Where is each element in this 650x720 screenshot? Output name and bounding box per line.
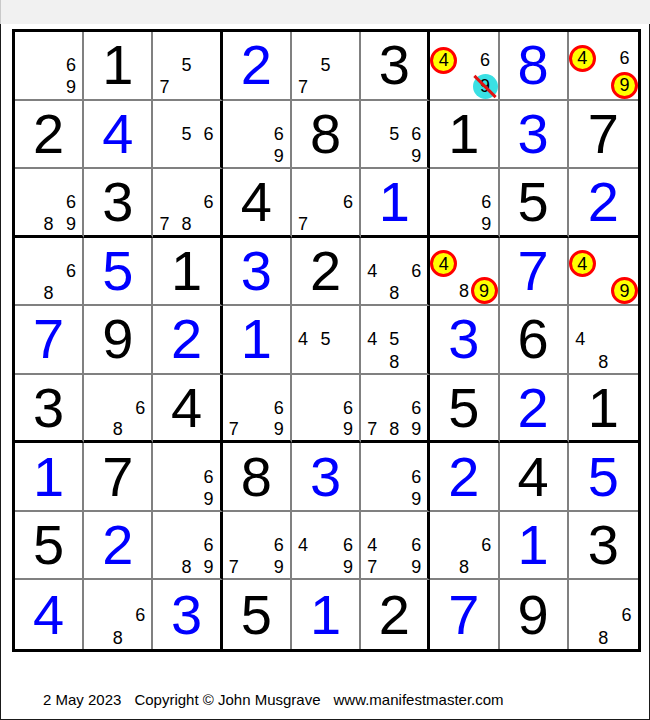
cell-r2c7[interactable]: 1 <box>430 101 499 170</box>
cell-r5c2[interactable]: 9 <box>84 306 153 375</box>
cell-r2c9[interactable]: 7 <box>569 101 638 170</box>
candidate-slot-8: 8 <box>107 418 129 440</box>
candidate-5: 5 <box>320 330 330 348</box>
candidate-slot-6 <box>471 250 498 277</box>
cell-r1c1[interactable]: 69 <box>15 32 84 101</box>
cell-r3c7[interactable]: 69 <box>430 169 499 238</box>
candidate-slot-6 <box>337 328 359 350</box>
cell-r7c9[interactable]: 5 <box>569 443 638 512</box>
candidate-slot-7: 7 <box>153 76 175 98</box>
candidate-slot-3 <box>475 512 497 534</box>
cell-value: 7 <box>500 238 567 305</box>
candidate-slot-2 <box>596 238 611 251</box>
candidate-slot-3 <box>337 375 359 397</box>
candidate-slot-7 <box>153 488 175 510</box>
candidate-slot-7 <box>569 277 596 304</box>
cell-r6c1[interactable]: 3 <box>15 375 84 444</box>
candidate-slot-1 <box>223 375 245 397</box>
candidate-slot-8 <box>314 556 336 578</box>
candidate-slot-1 <box>569 580 592 603</box>
cell-value: 2 <box>292 238 359 305</box>
candidate-slot-1 <box>430 512 452 534</box>
cell-r2c6[interactable]: 569 <box>361 101 430 170</box>
cell-r8c1[interactable]: 5 <box>15 512 84 581</box>
candidate-slot-2 <box>107 375 129 397</box>
candidate-5: 5 <box>182 56 192 74</box>
candidate-5: 5 <box>389 330 399 348</box>
cell-r6c7[interactable]: 5 <box>430 375 499 444</box>
candidate-slot-1 <box>84 580 106 603</box>
candidate-slot-2 <box>383 101 405 123</box>
candidate-8: 8 <box>459 558 469 576</box>
candidate-grid: 45 <box>292 306 359 373</box>
candidate-slot-5 <box>383 260 405 282</box>
candidate-slot-5 <box>457 250 470 277</box>
candidate-slot-3 <box>198 101 220 123</box>
cell-r6c5[interactable]: 69 <box>292 375 361 444</box>
candidate-slot-1 <box>153 101 175 123</box>
cell-r7c4[interactable]: 8 <box>223 443 292 512</box>
candidate-slot-9 <box>337 76 359 98</box>
candidate-slot-3 <box>475 169 497 191</box>
cell-r6c8[interactable]: 2 <box>500 375 569 444</box>
cell-r7c5[interactable]: 3 <box>292 443 361 512</box>
cell-r1c7[interactable]: 469 <box>430 32 499 101</box>
candidate-slot-5 <box>176 534 198 556</box>
candidate-slot-7 <box>361 488 383 510</box>
candidate-slot-7 <box>361 282 383 304</box>
cell-r1c3[interactable]: 57 <box>153 32 222 101</box>
candidate-slot-3 <box>60 169 82 191</box>
candidate-9: 9 <box>274 558 284 576</box>
candidate-slot-4 <box>430 191 452 213</box>
candidate-9: 9 <box>473 74 498 99</box>
cell-r7c6[interactable]: 69 <box>361 443 430 512</box>
candidate-slot-4 <box>292 397 314 419</box>
candidate-slot-3 <box>129 375 151 397</box>
cell-r8c9[interactable]: 3 <box>569 512 638 581</box>
cell-value: 5 <box>15 512 82 579</box>
cell-r9c4[interactable]: 5 <box>223 580 292 649</box>
cell-value: 9 <box>500 580 567 649</box>
candidate-grid: 57 <box>153 32 219 99</box>
candidate-slot-4: 4 <box>361 534 383 556</box>
cell-value: 5 <box>500 169 567 235</box>
candidate-slot-3 <box>615 306 638 328</box>
cell-r2c1[interactable]: 2 <box>15 101 84 170</box>
cell-r6c2[interactable]: 68 <box>84 375 153 444</box>
candidate-slot-6: 6 <box>337 191 359 213</box>
candidate-9: 9 <box>411 147 421 165</box>
candidate-grid: 679 <box>223 375 290 441</box>
cell-r5c8[interactable]: 6 <box>500 306 569 375</box>
cell-r1c4[interactable]: 2 <box>223 32 292 101</box>
cell-r9c9[interactable]: 68 <box>569 580 638 649</box>
cell-r4c3[interactable]: 1 <box>153 238 222 307</box>
candidate-8: 8 <box>44 284 54 302</box>
cell-r4c4[interactable]: 3 <box>223 238 292 307</box>
candidate-slot-4 <box>15 191 37 213</box>
cell-r9c6[interactable]: 2 <box>361 580 430 649</box>
candidate-9: 9 <box>66 78 76 96</box>
cell-value: 1 <box>500 512 567 579</box>
candidate-slot-7: 7 <box>223 556 245 578</box>
candidate-slot-2 <box>176 169 198 191</box>
candidate-6: 6 <box>135 606 145 624</box>
candidate-slot-1 <box>153 512 175 534</box>
cell-r7c2[interactable]: 7 <box>84 443 153 512</box>
candidate-grid: 68 <box>84 580 151 649</box>
candidate-slot-2 <box>176 443 198 465</box>
candidate-8: 8 <box>389 284 399 302</box>
candidate-grid: 56 <box>153 101 219 168</box>
candidate-slot-9 <box>129 418 151 440</box>
candidate-slot-8: 8 <box>383 282 405 304</box>
candidate-slot-4: 4 <box>430 250 457 277</box>
cell-r8c6[interactable]: 4679 <box>361 512 430 581</box>
cell-value: 3 <box>153 580 219 649</box>
candidate-grid: 489 <box>430 238 497 305</box>
candidate-slot-3 <box>198 443 220 465</box>
cell-r6c9[interactable]: 1 <box>569 375 638 444</box>
cell-r5c4[interactable]: 1 <box>223 306 292 375</box>
candidate-slot-5 <box>383 397 405 419</box>
cell-r9c3[interactable]: 3 <box>153 580 222 649</box>
cell-r8c8[interactable]: 1 <box>500 512 569 581</box>
candidate-slot-5 <box>383 534 405 556</box>
cell-r9c7[interactable]: 7 <box>430 580 499 649</box>
candidate-slot-6: 6 <box>129 397 151 419</box>
cell-r5c1[interactable]: 7 <box>15 306 84 375</box>
cell-value: 3 <box>223 238 290 305</box>
candidate-slot-4: 4 <box>292 328 314 350</box>
cell-r4c6[interactable]: 468 <box>361 238 430 307</box>
candidate-slot-4: 4 <box>361 328 383 350</box>
sudoku-board: 6915725734698469245669856913768936784671… <box>12 29 641 652</box>
cell-r5c6[interactable]: 458 <box>361 306 430 375</box>
candidate-8: 8 <box>182 558 192 576</box>
cell-r9c2[interactable]: 68 <box>84 580 153 649</box>
footer-date: 2 May 2023 <box>43 691 121 708</box>
cell-r7c8[interactable]: 4 <box>500 443 569 512</box>
cell-r3c3[interactable]: 678 <box>153 169 222 238</box>
candidate-slot-6: 6 <box>198 534 220 556</box>
candidate-8: 8 <box>113 420 123 438</box>
cell-r6c6[interactable]: 6789 <box>361 375 430 444</box>
cell-r9c8[interactable]: 9 <box>500 580 569 649</box>
candidate-4: 4 <box>298 536 308 554</box>
cell-r8c5[interactable]: 469 <box>292 512 361 581</box>
candidate-slot-2 <box>37 238 59 260</box>
cell-r4c7[interactable]: 489 <box>430 238 499 307</box>
candidate-slot-2 <box>592 580 615 603</box>
cell-r3c9[interactable]: 2 <box>569 169 638 238</box>
candidate-7: 7 <box>298 215 308 233</box>
cell-value: 4 <box>223 169 290 235</box>
candidate-grid: 469 <box>292 512 359 579</box>
candidate-slot-6: 6 <box>405 397 427 419</box>
cell-r3c4[interactable]: 4 <box>223 169 292 238</box>
candidate-slot-7 <box>15 213 37 235</box>
candidate-slot-5 <box>107 603 129 626</box>
candidate-9: 9 <box>611 277 638 304</box>
candidate-slot-1 <box>430 169 452 191</box>
candidate-4: 4 <box>569 45 596 72</box>
candidate-slot-1 <box>292 512 314 534</box>
candidate-5: 5 <box>389 125 399 143</box>
cell-r1c9[interactable]: 469 <box>569 32 638 101</box>
candidate-slot-6: 6 <box>337 397 359 419</box>
cell-r8c3[interactable]: 689 <box>153 512 222 581</box>
candidate-4: 4 <box>298 330 308 348</box>
candidate-grid: 679 <box>223 512 290 579</box>
candidate-slot-4 <box>15 260 37 282</box>
cell-value: 3 <box>569 512 638 579</box>
cell-r6c3[interactable]: 4 <box>153 375 222 444</box>
candidate-grid: 57 <box>292 32 359 99</box>
candidate-9: 9 <box>343 558 353 576</box>
cell-r3c5[interactable]: 67 <box>292 169 361 238</box>
candidate-slot-8 <box>176 488 198 510</box>
candidate-slot-9 <box>198 213 220 235</box>
candidate-slot-6: 6 <box>405 123 427 145</box>
candidate-8: 8 <box>598 353 608 371</box>
cell-r2c5[interactable]: 8 <box>292 101 361 170</box>
candidate-slot-9: 9 <box>405 418 427 440</box>
candidate-slot-9 <box>337 351 359 373</box>
cell-value: 8 <box>223 443 290 510</box>
cell-r1c5[interactable]: 57 <box>292 32 361 101</box>
candidate-slot-3 <box>405 101 427 123</box>
candidate-8: 8 <box>113 629 123 647</box>
candidate-slot-8 <box>314 351 336 373</box>
candidate-7: 7 <box>159 215 169 233</box>
cell-r3c8[interactable]: 5 <box>500 169 569 238</box>
candidate-slot-9 <box>615 626 638 649</box>
candidate-grid: 67 <box>292 169 359 235</box>
candidate-slot-6: 6 <box>473 47 498 74</box>
candidate-slot-7: 7 <box>292 213 314 235</box>
cell-value: 1 <box>292 580 359 649</box>
candidate-slot-9 <box>615 351 638 373</box>
candidate-slot-8: 8 <box>383 418 405 440</box>
candidate-slot-3 <box>611 32 638 45</box>
candidate-slot-3 <box>198 32 220 54</box>
candidate-slot-4 <box>569 603 592 626</box>
candidate-7: 7 <box>159 78 169 96</box>
candidate-slot-8 <box>245 556 267 578</box>
candidate-slot-2 <box>245 512 267 534</box>
candidate-slot-9 <box>337 213 359 235</box>
candidate-slot-2 <box>314 375 336 397</box>
candidate-slot-3 <box>405 306 427 328</box>
cell-value: 1 <box>430 101 497 168</box>
candidate-grid: 68 <box>15 238 82 305</box>
cell-r3c2[interactable]: 3 <box>84 169 153 238</box>
candidate-slot-4: 4 <box>361 260 383 282</box>
candidate-grid: 469 <box>569 32 638 99</box>
candidate-slot-8: 8 <box>592 626 615 649</box>
cell-r5c3[interactable]: 2 <box>153 306 222 375</box>
cell-r5c7[interactable]: 3 <box>430 306 499 375</box>
candidate-slot-2 <box>245 375 267 397</box>
cell-r2c2[interactable]: 4 <box>84 101 153 170</box>
cell-r5c9[interactable]: 48 <box>569 306 638 375</box>
candidate-slot-1 <box>430 32 457 47</box>
candidate-slot-4 <box>15 54 37 76</box>
cell-r3c6[interactable]: 1 <box>361 169 430 238</box>
candidate-slot-1 <box>569 306 592 328</box>
candidate-slot-1 <box>292 375 314 397</box>
candidate-slot-9 <box>60 282 82 304</box>
candidate-slot-8: 8 <box>37 213 59 235</box>
cell-r4c8[interactable]: 7 <box>500 238 569 307</box>
cell-r2c3[interactable]: 56 <box>153 101 222 170</box>
cell-r7c1[interactable]: 1 <box>15 443 84 512</box>
candidate-slot-8 <box>176 76 198 98</box>
cell-r9c1[interactable]: 4 <box>15 580 84 649</box>
candidate-slot-6 <box>611 250 638 277</box>
cell-r8c4[interactable]: 679 <box>223 512 292 581</box>
cell-r2c8[interactable]: 3 <box>500 101 569 170</box>
cell-r5c5[interactable]: 45 <box>292 306 361 375</box>
candidate-slot-8 <box>314 418 336 440</box>
candidate-slot-7 <box>84 418 106 440</box>
candidate-slot-7: 7 <box>361 418 383 440</box>
candidate-slot-9 <box>475 556 497 578</box>
cell-value: 1 <box>15 443 82 510</box>
candidate-slot-4: 4 <box>569 250 596 277</box>
candidate-slot-9: 9 <box>337 418 359 440</box>
candidate-5: 5 <box>182 125 192 143</box>
cell-value: 7 <box>84 443 151 510</box>
candidate-slot-6: 6 <box>129 603 151 626</box>
candidate-slot-6: 6 <box>198 191 220 213</box>
candidate-slot-2 <box>314 32 336 54</box>
candidate-slot-2 <box>453 169 475 191</box>
footer: 2 May 2023 Copyright © John Musgrave www… <box>43 691 504 708</box>
candidate-slot-2 <box>596 32 611 45</box>
cell-value: 6 <box>500 306 567 373</box>
candidate-slot-1 <box>361 375 383 397</box>
candidate-6: 6 <box>621 606 631 624</box>
candidate-6: 6 <box>66 262 76 280</box>
candidate-9: 9 <box>204 490 214 508</box>
candidate-4: 4 <box>367 262 377 280</box>
candidate-grid: 49 <box>569 238 638 305</box>
candidate-grid: 468 <box>361 238 427 305</box>
cell-r4c9[interactable]: 49 <box>569 238 638 307</box>
candidate-slot-7: 7 <box>292 76 314 98</box>
candidate-slot-5 <box>245 534 267 556</box>
candidate-9: 9 <box>274 147 284 165</box>
cell-value: 8 <box>500 32 567 99</box>
candidate-slot-1 <box>15 238 37 260</box>
candidate-slot-2 <box>176 32 198 54</box>
cell-value: 5 <box>569 443 638 510</box>
cell-r8c7[interactable]: 68 <box>430 512 499 581</box>
candidate-slot-3 <box>198 169 220 191</box>
candidate-slot-7 <box>430 74 457 99</box>
candidate-slot-4 <box>361 466 383 488</box>
candidate-slot-7 <box>153 556 175 578</box>
candidate-slot-1 <box>430 238 457 251</box>
candidate-8: 8 <box>44 215 54 233</box>
candidate-slot-7 <box>223 145 245 167</box>
candidate-slot-9: 9 <box>267 418 289 440</box>
candidate-7: 7 <box>298 78 308 96</box>
candidate-slot-6: 6 <box>405 534 427 556</box>
candidate-9: 9 <box>611 72 638 99</box>
cell-r7c3[interactable]: 69 <box>153 443 222 512</box>
candidate-slot-6 <box>337 54 359 76</box>
cell-r6c4[interactable]: 679 <box>223 375 292 444</box>
candidate-slot-3 <box>129 580 151 603</box>
candidate-slot-5 <box>176 466 198 488</box>
candidate-6: 6 <box>135 399 145 417</box>
candidate-6: 6 <box>204 536 214 554</box>
candidate-slot-9: 9 <box>405 145 427 167</box>
candidate-slot-5 <box>314 191 336 213</box>
candidate-6: 6 <box>204 125 214 143</box>
candidate-slot-5 <box>592 328 615 350</box>
candidate-4: 4 <box>367 330 377 348</box>
candidate-slot-2 <box>314 169 336 191</box>
cell-r2c4[interactable]: 69 <box>223 101 292 170</box>
candidate-slot-7 <box>361 145 383 167</box>
candidate-6: 6 <box>274 536 284 554</box>
candidate-slot-7 <box>569 72 596 99</box>
candidate-slot-8: 8 <box>457 277 470 304</box>
candidate-slot-1 <box>361 238 383 260</box>
candidate-slot-6: 6 <box>198 466 220 488</box>
cell-r8c2[interactable]: 2 <box>84 512 153 581</box>
candidate-slot-8: 8 <box>37 282 59 304</box>
candidate-slot-4: 4 <box>430 47 457 74</box>
candidate-slot-6: 6 <box>337 534 359 556</box>
candidate-slot-8: 8 <box>176 556 198 578</box>
candidate-8: 8 <box>389 353 399 371</box>
candidate-slot-7 <box>430 556 452 578</box>
top-strip <box>0 0 650 24</box>
candidate-slot-7 <box>15 76 37 98</box>
candidate-slot-6: 6 <box>60 54 82 76</box>
candidate-8: 8 <box>598 629 608 647</box>
cell-r7c7[interactable]: 2 <box>430 443 499 512</box>
candidate-slot-2 <box>37 32 59 54</box>
cell-value: 2 <box>430 443 497 510</box>
candidate-slot-5 <box>383 466 405 488</box>
candidate-slot-4: 4 <box>569 45 596 72</box>
candidate-slot-5 <box>245 123 267 145</box>
candidate-slot-5 <box>37 260 59 282</box>
candidate-grid: 68 <box>84 375 151 441</box>
cell-r1c8[interactable]: 8 <box>500 32 569 101</box>
cell-r1c6[interactable]: 3 <box>361 32 430 101</box>
candidate-slot-3 <box>405 512 427 534</box>
cell-r9c5[interactable]: 1 <box>292 580 361 649</box>
cell-r4c2[interactable]: 5 <box>84 238 153 307</box>
candidate-slot-9: 9 <box>60 76 82 98</box>
cell-r1c2[interactable]: 1 <box>84 32 153 101</box>
candidate-slot-5 <box>37 54 59 76</box>
candidate-9: 9 <box>411 420 421 438</box>
cell-r3c1[interactable]: 689 <box>15 169 84 238</box>
cell-r4c1[interactable]: 68 <box>15 238 84 307</box>
candidate-slot-1 <box>15 32 37 54</box>
candidate-slot-4 <box>292 191 314 213</box>
cell-r4c5[interactable]: 2 <box>292 238 361 307</box>
